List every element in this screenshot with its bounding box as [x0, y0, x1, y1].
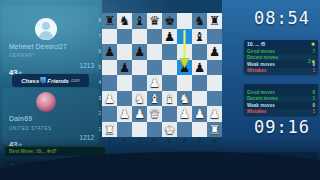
player-level-row: 43★ 1213 — [9, 61, 94, 70]
square-f3[interactable]: ♞ — [177, 91, 192, 107]
rank-label: 5 — [95, 60, 101, 76]
square-d5[interactable] — [147, 60, 162, 76]
white-bishop: ♝ — [147, 91, 162, 107]
square-d2[interactable]: ♛ — [147, 106, 162, 122]
white-rook: ♜ — [102, 122, 117, 138]
black-queen: ♛ — [147, 13, 162, 29]
square-b4[interactable] — [117, 75, 132, 91]
square-e7[interactable]: ♟ — [162, 29, 177, 45]
white-pawn: ♟ — [147, 75, 162, 91]
white-knight: ♞ — [177, 91, 192, 107]
square-b7[interactable] — [117, 29, 132, 45]
square-h6[interactable]: ♟ — [207, 44, 222, 60]
square-g3[interactable] — [192, 91, 207, 107]
stat-label: Decent moves — [247, 55, 278, 60]
player-name-black: Mehmet Demirci27 — [9, 43, 67, 50]
stat-label: Mistakes — [247, 109, 266, 114]
black-pawn: ♟ — [117, 60, 132, 76]
square-e5[interactable] — [162, 60, 177, 76]
chessfriends-logo: Chess Friends .com — [12, 74, 89, 87]
square-h8[interactable]: ♜ — [207, 13, 222, 29]
square-a3[interactable]: ♟ — [102, 91, 117, 107]
square-g4[interactable] — [192, 75, 207, 91]
black-knight: ♞ — [192, 13, 207, 29]
square-d6[interactable] — [147, 44, 162, 60]
square-f1[interactable] — [177, 122, 192, 138]
square-b3[interactable] — [117, 91, 132, 107]
stats-header: 10. ... f5 ✱ — [244, 40, 318, 48]
square-d3[interactable]: ♝ — [147, 91, 162, 107]
square-e3[interactable]: ♝ — [162, 91, 177, 107]
square-f8[interactable] — [177, 13, 192, 29]
black-pawn: ♟ — [177, 60, 192, 76]
white-queen: ♛ — [147, 106, 162, 122]
square-c5[interactable] — [132, 60, 147, 76]
stat-value: 0 — [312, 103, 315, 108]
stat-label: Decent moves — [247, 96, 278, 101]
square-f2[interactable]: ♟ — [177, 106, 192, 122]
square-c4[interactable] — [132, 75, 147, 91]
stat-label: Weak moves — [247, 103, 275, 108]
white-king: ♚ — [162, 122, 177, 138]
square-d7[interactable] — [147, 29, 162, 45]
shield-icon — [40, 77, 46, 84]
white-pawn: ♟ — [207, 106, 222, 122]
stat-value: 1 — [312, 96, 315, 101]
stats-row: Mistakes 1 — [244, 68, 318, 75]
square-b8[interactable]: ♞ — [117, 13, 132, 29]
black-pawn: ♟ — [207, 44, 222, 60]
chessboard-area: 8 7 6 5 4 3 2 1 ♜♞♝♛♚♞♜♟♝♟♟♟♟♟♟♟♟♞♝♝♞♟♟♛… — [102, 13, 222, 137]
square-e8[interactable]: ♚ — [162, 13, 177, 29]
analysis-thumbnail: Mehmet Demirci27 GERMANY 43★ 1213 Chess … — [0, 0, 320, 180]
avatar-white — [36, 92, 56, 112]
square-a6[interactable]: ♟ — [102, 44, 117, 60]
square-a7[interactable] — [102, 29, 117, 45]
white-rook: ♜ — [207, 122, 222, 138]
square-a5[interactable] — [102, 60, 117, 76]
square-e1[interactable]: ♚ — [162, 122, 177, 138]
move-quality-star-icon: ✱ — [311, 41, 315, 47]
rank-label: 7 — [95, 29, 101, 45]
square-h7[interactable] — [207, 29, 222, 45]
square-d1[interactable] — [147, 122, 162, 138]
player-country-black: GERMANY — [9, 53, 36, 58]
square-e4[interactable] — [162, 75, 177, 91]
square-e2[interactable] — [162, 106, 177, 122]
square-b5[interactable]: ♟ — [117, 60, 132, 76]
person-icon — [39, 31, 53, 40]
black-pawn: ♟ — [102, 44, 117, 60]
black-bishop: ♝ — [192, 29, 207, 45]
white-bishop: ♝ — [162, 91, 177, 107]
stats-table-black: 10. ... f5 ✱ Good moves 7 Decent moves 2… — [244, 40, 318, 74]
logo-text-chess: Chess — [21, 78, 39, 84]
square-a8[interactable]: ♜ — [102, 13, 117, 29]
black-rook: ♜ — [102, 13, 117, 29]
rank-label: 1 — [95, 122, 101, 138]
white-pawn: ♟ — [102, 91, 117, 107]
square-d4[interactable]: ♟ — [147, 75, 162, 91]
white-pawn: ♟ — [132, 106, 147, 122]
square-h2[interactable]: ♟ — [207, 106, 222, 122]
white-pawn: ♟ — [117, 106, 132, 122]
square-h4[interactable] — [207, 75, 222, 91]
stat-label: Good moves — [247, 49, 275, 54]
square-d8[interactable]: ♛ — [147, 13, 162, 29]
stat-label: Good moves — [247, 90, 275, 95]
square-g7[interactable]: ♝ — [192, 29, 207, 45]
stats-table-white: Good moves 8 Decent moves 1 Weak moves 0… — [244, 84, 318, 115]
square-c3[interactable]: ♞ — [132, 91, 147, 107]
square-h1[interactable]: ♜ — [207, 122, 222, 138]
rank-label: 3 — [95, 91, 101, 107]
black-pawn: ♟ — [132, 44, 147, 60]
player-card-black: Mehmet Demirci27 GERMANY 43★ 1213 — [2, 6, 99, 73]
square-f5[interactable]: ♟ — [177, 60, 192, 76]
square-b2[interactable]: ♟ — [117, 106, 132, 122]
stat-value: 1 — [312, 109, 315, 114]
black-pawn: ♟ — [162, 29, 177, 45]
stat-label: Mistakes — [247, 68, 266, 73]
player-country-white: UNITED STATES — [9, 126, 52, 131]
square-a2[interactable] — [102, 106, 117, 122]
stat-label: Weak moves — [247, 62, 275, 67]
square-g1[interactable] — [192, 122, 207, 138]
square-b1[interactable] — [117, 122, 132, 138]
player-name-white: Dain69 — [9, 115, 32, 122]
square-h3[interactable] — [207, 91, 222, 107]
square-c6[interactable]: ♟ — [132, 44, 147, 60]
square-a4[interactable] — [102, 75, 117, 91]
square-c1[interactable] — [132, 122, 147, 138]
rank-label: 8 — [95, 13, 101, 29]
stat-value: 8 — [312, 90, 315, 95]
avatar-black — [35, 18, 57, 40]
black-rook: ♜ — [207, 13, 222, 29]
square-g6[interactable] — [192, 44, 207, 60]
clock-white: 09:16 — [246, 117, 318, 137]
square-f4[interactable] — [177, 75, 192, 91]
square-h5[interactable] — [207, 60, 222, 76]
rank-label: 6 — [95, 44, 101, 60]
square-f7[interactable] — [177, 29, 192, 45]
stat-value: 1 — [312, 68, 315, 73]
clock-black: 08:54 — [246, 8, 318, 28]
square-c8[interactable]: ♝ — [132, 13, 147, 29]
white-pawn: ♟ — [177, 106, 192, 122]
person-icon — [42, 22, 50, 30]
square-c2[interactable]: ♟ — [132, 106, 147, 122]
player-rating-black: 1213 — [80, 62, 94, 69]
square-e6[interactable] — [162, 44, 177, 60]
last-move-label: 10. ... f5 — [247, 41, 265, 47]
white-pawn: ♟ — [192, 106, 207, 122]
square-f6[interactable] — [177, 44, 192, 60]
player-card-white: Dain69 UNITED STATES 43★ 1212 — [2, 88, 99, 145]
rank-label: 4 — [95, 75, 101, 91]
square-g5[interactable]: ♟ — [192, 60, 207, 76]
square-g8[interactable]: ♞ — [192, 13, 207, 29]
stats-row: Mistakes 1 — [244, 109, 318, 116]
black-knight: ♞ — [117, 13, 132, 29]
square-b6[interactable] — [117, 44, 132, 60]
stat-value: 0 — [312, 62, 315, 67]
square-c7[interactable] — [132, 29, 147, 45]
black-pawn: ♟ — [192, 60, 207, 76]
rank-label: 2 — [95, 106, 101, 122]
black-bishop: ♝ — [132, 13, 147, 29]
chessboard: ♜♞♝♛♚♞♜♟♝♟♟♟♟♟♟♟♟♞♝♝♞♟♟♛♟♟♟♜♚♜ — [102, 13, 222, 137]
logo-text-com: .com — [70, 78, 80, 83]
square-g2[interactable]: ♟ — [192, 106, 207, 122]
black-king: ♚ — [162, 13, 177, 29]
rank-labels: 8 7 6 5 4 3 2 1 — [95, 13, 101, 137]
logo-text-friends: Friends — [47, 78, 69, 84]
square-a1[interactable]: ♜ — [102, 122, 117, 138]
white-knight: ♞ — [132, 91, 147, 107]
